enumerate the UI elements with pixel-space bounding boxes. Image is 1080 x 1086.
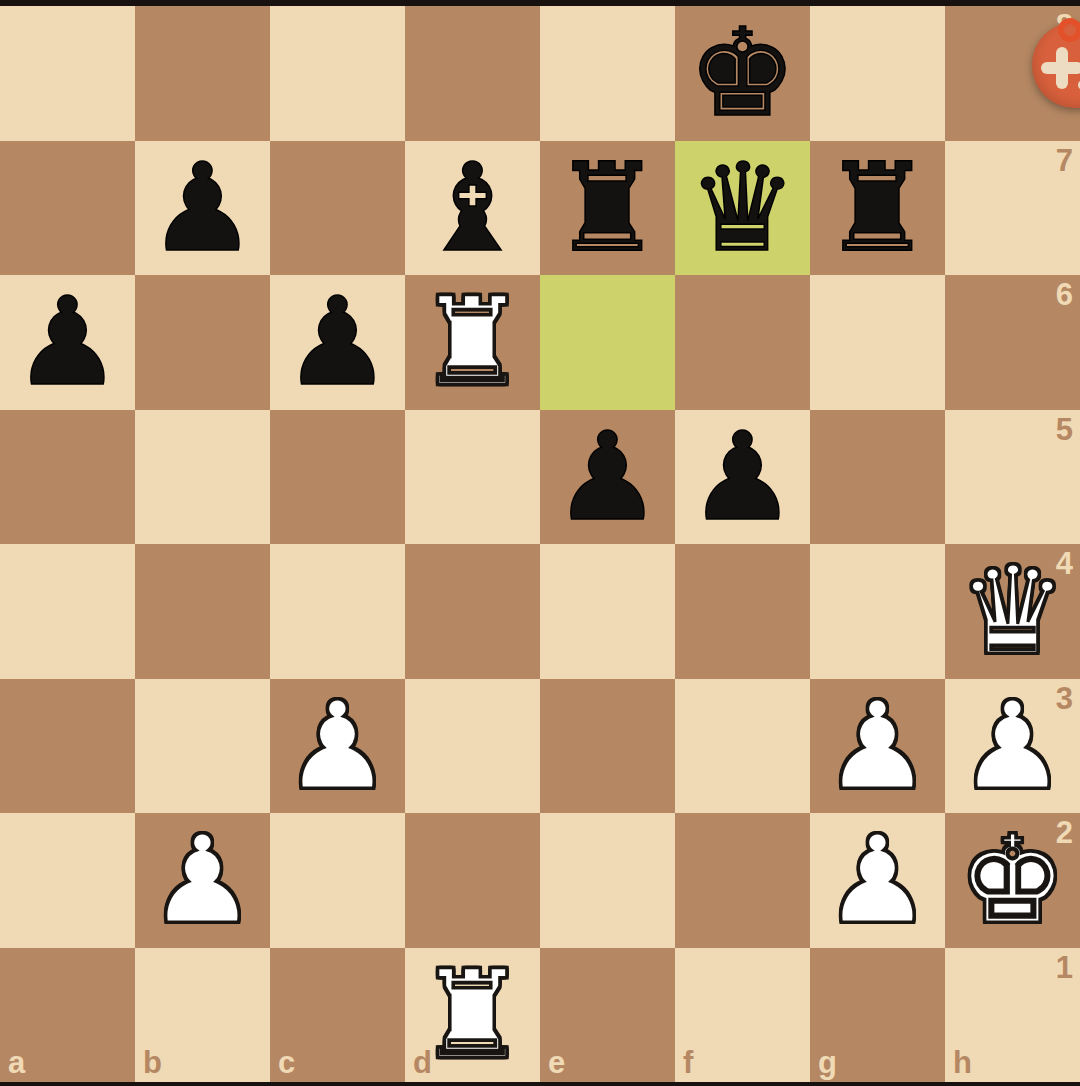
white-king[interactable]: ♚ bbox=[945, 813, 1080, 948]
square-e4[interactable] bbox=[540, 544, 675, 679]
gamepad-ring-icon bbox=[1058, 18, 1080, 42]
square-g3[interactable]: ♟ bbox=[810, 679, 945, 814]
rank-label-6: 6 bbox=[1056, 279, 1073, 310]
square-b3[interactable] bbox=[135, 679, 270, 814]
square-f2[interactable] bbox=[675, 813, 810, 948]
square-f5[interactable]: ♟ bbox=[675, 410, 810, 545]
square-g8[interactable] bbox=[810, 6, 945, 141]
file-label-b: b bbox=[143, 1047, 162, 1078]
square-e2[interactable] bbox=[540, 813, 675, 948]
square-b4[interactable] bbox=[135, 544, 270, 679]
file-label-c: c bbox=[278, 1047, 295, 1078]
square-e8[interactable] bbox=[540, 6, 675, 141]
black-pawn[interactable]: ♟ bbox=[270, 275, 405, 410]
black-pawn[interactable]: ♟ bbox=[135, 141, 270, 276]
white-queen[interactable]: ♛ bbox=[945, 544, 1080, 679]
white-rook[interactable]: ♜ bbox=[405, 948, 540, 1083]
rank-label-7: 7 bbox=[1056, 145, 1073, 176]
black-rook[interactable]: ♜ bbox=[540, 141, 675, 276]
square-f7[interactable]: ♛ bbox=[675, 141, 810, 276]
square-b6[interactable] bbox=[135, 275, 270, 410]
gamepad-dpad-icon bbox=[1041, 47, 1080, 89]
square-a5[interactable] bbox=[0, 410, 135, 545]
square-b1[interactable]: b bbox=[135, 948, 270, 1083]
black-bishop[interactable]: ♝ bbox=[405, 141, 540, 276]
square-h4[interactable]: 4♛ bbox=[945, 544, 1080, 679]
square-b7[interactable]: ♟ bbox=[135, 141, 270, 276]
file-label-h: h bbox=[953, 1047, 972, 1078]
square-h2[interactable]: 2♚ bbox=[945, 813, 1080, 948]
chess-board: ♚8♟♝♜♛♜7♟♟♜6♟♟54♛♟♟3♟♟♟2♚abcd♜efgh1 bbox=[0, 6, 1080, 1082]
square-c7[interactable] bbox=[270, 141, 405, 276]
square-c1[interactable]: c bbox=[270, 948, 405, 1083]
square-d7[interactable]: ♝ bbox=[405, 141, 540, 276]
square-c8[interactable] bbox=[270, 6, 405, 141]
square-d8[interactable] bbox=[405, 6, 540, 141]
square-h7[interactable]: 7 bbox=[945, 141, 1080, 276]
black-pawn[interactable]: ♟ bbox=[675, 410, 810, 545]
square-d2[interactable] bbox=[405, 813, 540, 948]
white-pawn[interactable]: ♟ bbox=[270, 679, 405, 814]
square-f6[interactable] bbox=[675, 275, 810, 410]
white-pawn[interactable]: ♟ bbox=[135, 813, 270, 948]
square-g7[interactable]: ♜ bbox=[810, 141, 945, 276]
square-a6[interactable]: ♟ bbox=[0, 275, 135, 410]
square-h1[interactable]: h1 bbox=[945, 948, 1080, 1083]
white-pawn[interactable]: ♟ bbox=[810, 679, 945, 814]
square-e7[interactable]: ♜ bbox=[540, 141, 675, 276]
square-f3[interactable] bbox=[675, 679, 810, 814]
square-b8[interactable] bbox=[135, 6, 270, 141]
square-a4[interactable] bbox=[0, 544, 135, 679]
square-d5[interactable] bbox=[405, 410, 540, 545]
square-a8[interactable] bbox=[0, 6, 135, 141]
square-d1[interactable]: d♜ bbox=[405, 948, 540, 1083]
file-label-e: e bbox=[548, 1047, 565, 1078]
square-b5[interactable] bbox=[135, 410, 270, 545]
rank-label-1: 1 bbox=[1056, 952, 1073, 983]
file-label-f: f bbox=[683, 1047, 693, 1078]
screen-bottom-edge bbox=[0, 1082, 1080, 1086]
square-c4[interactable] bbox=[270, 544, 405, 679]
white-pawn[interactable]: ♟ bbox=[945, 679, 1080, 814]
square-e3[interactable] bbox=[540, 679, 675, 814]
square-b2[interactable]: ♟ bbox=[135, 813, 270, 948]
square-c6[interactable]: ♟ bbox=[270, 275, 405, 410]
square-f4[interactable] bbox=[675, 544, 810, 679]
square-e5[interactable]: ♟ bbox=[540, 410, 675, 545]
square-e6[interactable] bbox=[540, 275, 675, 410]
square-f1[interactable]: f bbox=[675, 948, 810, 1083]
chess-app-screen: ♚8♟♝♜♛♜7♟♟♜6♟♟54♛♟♟3♟♟♟2♚abcd♜efgh1 bbox=[0, 0, 1080, 1086]
white-rook[interactable]: ♜ bbox=[405, 275, 540, 410]
square-h3[interactable]: 3♟ bbox=[945, 679, 1080, 814]
black-rook[interactable]: ♜ bbox=[810, 141, 945, 276]
square-g1[interactable]: g bbox=[810, 948, 945, 1083]
square-h6[interactable]: 6 bbox=[945, 275, 1080, 410]
black-queen[interactable]: ♛ bbox=[675, 141, 810, 276]
black-king[interactable]: ♚ bbox=[675, 6, 810, 141]
square-d3[interactable] bbox=[405, 679, 540, 814]
rank-label-5: 5 bbox=[1056, 414, 1073, 445]
square-f8[interactable]: ♚ bbox=[675, 6, 810, 141]
square-g4[interactable] bbox=[810, 544, 945, 679]
square-c3[interactable]: ♟ bbox=[270, 679, 405, 814]
square-c2[interactable] bbox=[270, 813, 405, 948]
file-label-g: g bbox=[818, 1047, 837, 1078]
square-g5[interactable] bbox=[810, 410, 945, 545]
square-h5[interactable]: 5 bbox=[945, 410, 1080, 545]
square-d6[interactable]: ♜ bbox=[405, 275, 540, 410]
square-c5[interactable] bbox=[270, 410, 405, 545]
square-a3[interactable] bbox=[0, 679, 135, 814]
square-g6[interactable] bbox=[810, 275, 945, 410]
square-g2[interactable]: ♟ bbox=[810, 813, 945, 948]
square-a7[interactable] bbox=[0, 141, 135, 276]
black-pawn[interactable]: ♟ bbox=[0, 275, 135, 410]
white-pawn[interactable]: ♟ bbox=[810, 813, 945, 948]
square-e1[interactable]: e bbox=[540, 948, 675, 1083]
black-pawn[interactable]: ♟ bbox=[540, 410, 675, 545]
square-d4[interactable] bbox=[405, 544, 540, 679]
file-label-a: a bbox=[8, 1047, 25, 1078]
square-a1[interactable]: a bbox=[0, 948, 135, 1083]
square-a2[interactable] bbox=[0, 813, 135, 948]
